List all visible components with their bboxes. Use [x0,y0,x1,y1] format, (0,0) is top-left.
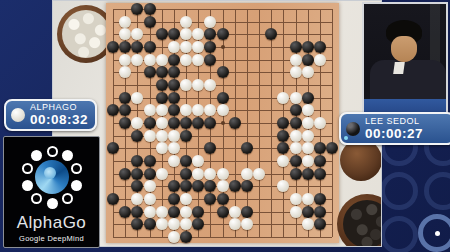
white-stone [156,117,168,129]
white-stone [241,218,253,230]
broadcast-frame: ALPHAGO 00:08:32 LEE SEDOL 00:00:27 Alph… [0,0,450,252]
black-stone [180,180,192,192]
black-stone [290,117,302,129]
white-stone [314,54,326,66]
black-stone [217,206,229,218]
white-stone [119,54,131,66]
logo-ring-stone [22,180,33,191]
black-stone [265,28,277,40]
white-stone [302,117,314,129]
white-stone [180,54,192,66]
black-stone [314,206,326,218]
player-desk [364,99,446,113]
black-stone [241,206,253,218]
white-stone [131,28,143,40]
white-stone [277,155,289,167]
white-stone [180,206,192,218]
black-stone [192,218,204,230]
black-stone [168,104,180,116]
black-stone [131,218,143,230]
white-stone [217,180,229,192]
black-stone [302,92,314,104]
black-stone [168,193,180,205]
white-stone [302,155,314,167]
black-stone [314,142,326,154]
white-stone [204,104,216,116]
black-stone [144,66,156,78]
white-stone [144,193,156,205]
white-stone [229,206,241,218]
black-stone [131,168,143,180]
white-stone [314,117,326,129]
clock-indicator-dot [344,136,348,140]
white-stone [302,193,314,205]
black-stone [131,130,143,142]
logo-ring-stone [62,150,73,161]
black-stone [131,180,143,192]
black-stone [314,155,326,167]
alphago-logo-icon [4,137,100,217]
black-stone [144,218,156,230]
black-stone [290,104,302,116]
black-stone [168,54,180,66]
white-stone [156,54,168,66]
white-stone [192,54,204,66]
black-stone [204,28,216,40]
black-stone [192,117,204,129]
alphago-logo-panel: AlphaGo Google DeepMind [3,136,100,248]
black-stone [204,54,216,66]
black-stone [119,104,131,116]
white-stone [168,231,180,243]
leesedol-clock-time: 00:00:27 [365,127,423,141]
white-stone [192,168,204,180]
player-shirt [393,62,405,74]
logo-ring-stone [31,150,42,161]
white-stone [168,218,180,230]
black-stone [168,117,180,129]
white-stone [156,206,168,218]
ring-decoration-highlight [418,214,450,252]
black-stone [241,180,253,192]
alphago-logo-title: AlphaGo [4,213,99,233]
white-stone [229,218,241,230]
black-stone [229,117,241,129]
white-stone [119,66,131,78]
white-stone [180,28,192,40]
white-stone [180,16,192,28]
white-stone [290,193,302,205]
star-point [221,121,225,125]
black-stone [302,41,314,53]
black-stone [290,168,302,180]
white-stone [180,104,192,116]
black-stone [217,92,229,104]
white-stone [144,206,156,218]
black-stone [156,66,168,78]
white-stone [168,155,180,167]
white-stone [156,104,168,116]
black-stone [314,218,326,230]
black-stone [204,117,216,129]
black-stone [168,206,180,218]
black-stone [204,142,216,154]
logo-ring-stone [71,163,82,174]
black-stone [156,79,168,91]
black-stone [302,206,314,218]
logo-ring-stone [22,163,33,174]
leesedol-player-name: LEE SEDOL [365,117,423,126]
white-stone [192,28,204,40]
black-stone [180,231,192,243]
white-stone [290,54,302,66]
black-stone [180,168,192,180]
white-stone [131,193,143,205]
black-stone [217,193,229,205]
white-stone [192,41,204,53]
white-stone [180,79,192,91]
white-stone-icon [11,108,25,122]
white-stones-in-bowl [62,10,110,58]
black-stone [180,155,192,167]
black-stone [131,41,143,53]
white-stone [192,104,204,116]
black-stone [119,92,131,104]
black-stone [217,66,229,78]
ring-decoration [380,172,418,210]
black-stone [302,54,314,66]
black-stone [119,168,131,180]
white-stone [302,218,314,230]
board-line [332,9,333,237]
black-stone [241,142,253,154]
white-stone [277,180,289,192]
white-stone [156,130,168,142]
black-stone [156,28,168,40]
white-stone [168,130,180,142]
white-stone [302,66,314,78]
black-stone [290,41,302,53]
ring-decoration [380,216,418,252]
white-stone [144,54,156,66]
white-stone [168,41,180,53]
white-stone [180,218,192,230]
black-stone [314,193,326,205]
logo-ring-stone [47,146,58,157]
black-stone [204,180,216,192]
white-stone [180,193,192,205]
black-stone [144,168,156,180]
logo-ring-stone [47,198,58,209]
star-point [221,45,225,49]
black-stone [204,41,216,53]
black-stone [168,66,180,78]
white-stone [302,142,314,154]
white-stone [168,142,180,154]
black-stone [192,180,204,192]
white-stone [131,92,143,104]
white-stone [144,130,156,142]
black-stone [180,117,192,129]
black-stone [144,155,156,167]
board-line [247,9,248,237]
white-stone [131,54,143,66]
black-stone [277,130,289,142]
player-face [391,36,417,62]
black-stone [107,142,119,154]
logo-ring-stone [71,180,82,191]
black-stone [168,92,180,104]
black-stone [326,142,338,154]
white-stone [290,66,302,78]
white-stone [302,130,314,142]
black-stone [277,142,289,154]
logo-ring-stone [62,193,73,204]
logo-ring-stone [31,193,42,204]
alphago-clock-time: 00:08:32 [30,113,88,127]
black-stone [277,117,289,129]
player-suit [370,60,446,104]
white-stone [204,16,216,28]
white-stone [241,168,253,180]
white-stone [217,104,229,116]
black-stone [107,193,119,205]
black-stone [144,16,156,28]
white-stone [192,155,204,167]
google-deepmind-label: Google DeepMind [4,234,99,243]
black-stone [192,206,204,218]
white-stone [144,180,156,192]
board-camera-view [52,0,382,247]
white-stone [204,168,216,180]
black-stone [180,130,192,142]
board-line [271,9,272,237]
black-stone [131,155,143,167]
black-stone [229,180,241,192]
leesedol-clock-panel: LEE SEDOL 00:00:27 [339,112,450,145]
white-stone [156,142,168,154]
white-stone [302,104,314,116]
black-stone [290,155,302,167]
black-stone [156,92,168,104]
black-stone [144,41,156,53]
white-stone [131,117,143,129]
white-stone [192,79,204,91]
black-stone [107,41,119,53]
board-line [259,9,260,237]
black-stone-bowl [337,194,382,247]
white-stone [290,130,302,142]
white-stone [180,41,192,53]
black-stone [144,117,156,129]
black-stone [131,3,143,15]
black-stone [131,206,143,218]
bowl-lid [340,139,382,181]
alphago-clock-panel: ALPHAGO 00:08:32 [4,99,97,131]
black-stone [314,41,326,53]
white-stone [156,168,168,180]
board-line [113,237,332,238]
black-stone [168,180,180,192]
go-board [106,3,339,243]
black-stones-in-bowl [343,200,382,247]
black-stone [217,28,229,40]
black-stone [119,206,131,218]
alphago-player-name: ALPHAGO [30,103,88,112]
white-stone [290,206,302,218]
white-stone [290,142,302,154]
white-stone [253,168,265,180]
black-stone [204,193,216,205]
white-stone [156,218,168,230]
black-stone-icon [346,122,360,136]
white-stone [204,79,216,91]
white-stone [144,104,156,116]
black-stone [144,3,156,15]
black-stone [168,28,180,40]
white-stone [217,168,229,180]
white-stone [119,28,131,40]
black-stone [119,117,131,129]
black-stone [314,168,326,180]
player-camera-lee-sedol [362,2,448,115]
black-stone [168,79,180,91]
white-stone [119,16,131,28]
white-stone [290,92,302,104]
black-stone [107,104,119,116]
black-stone [302,168,314,180]
ring-decoration [424,172,450,210]
black-stone [119,41,131,53]
alphago-swirl-icon [35,160,69,194]
white-stone [277,92,289,104]
